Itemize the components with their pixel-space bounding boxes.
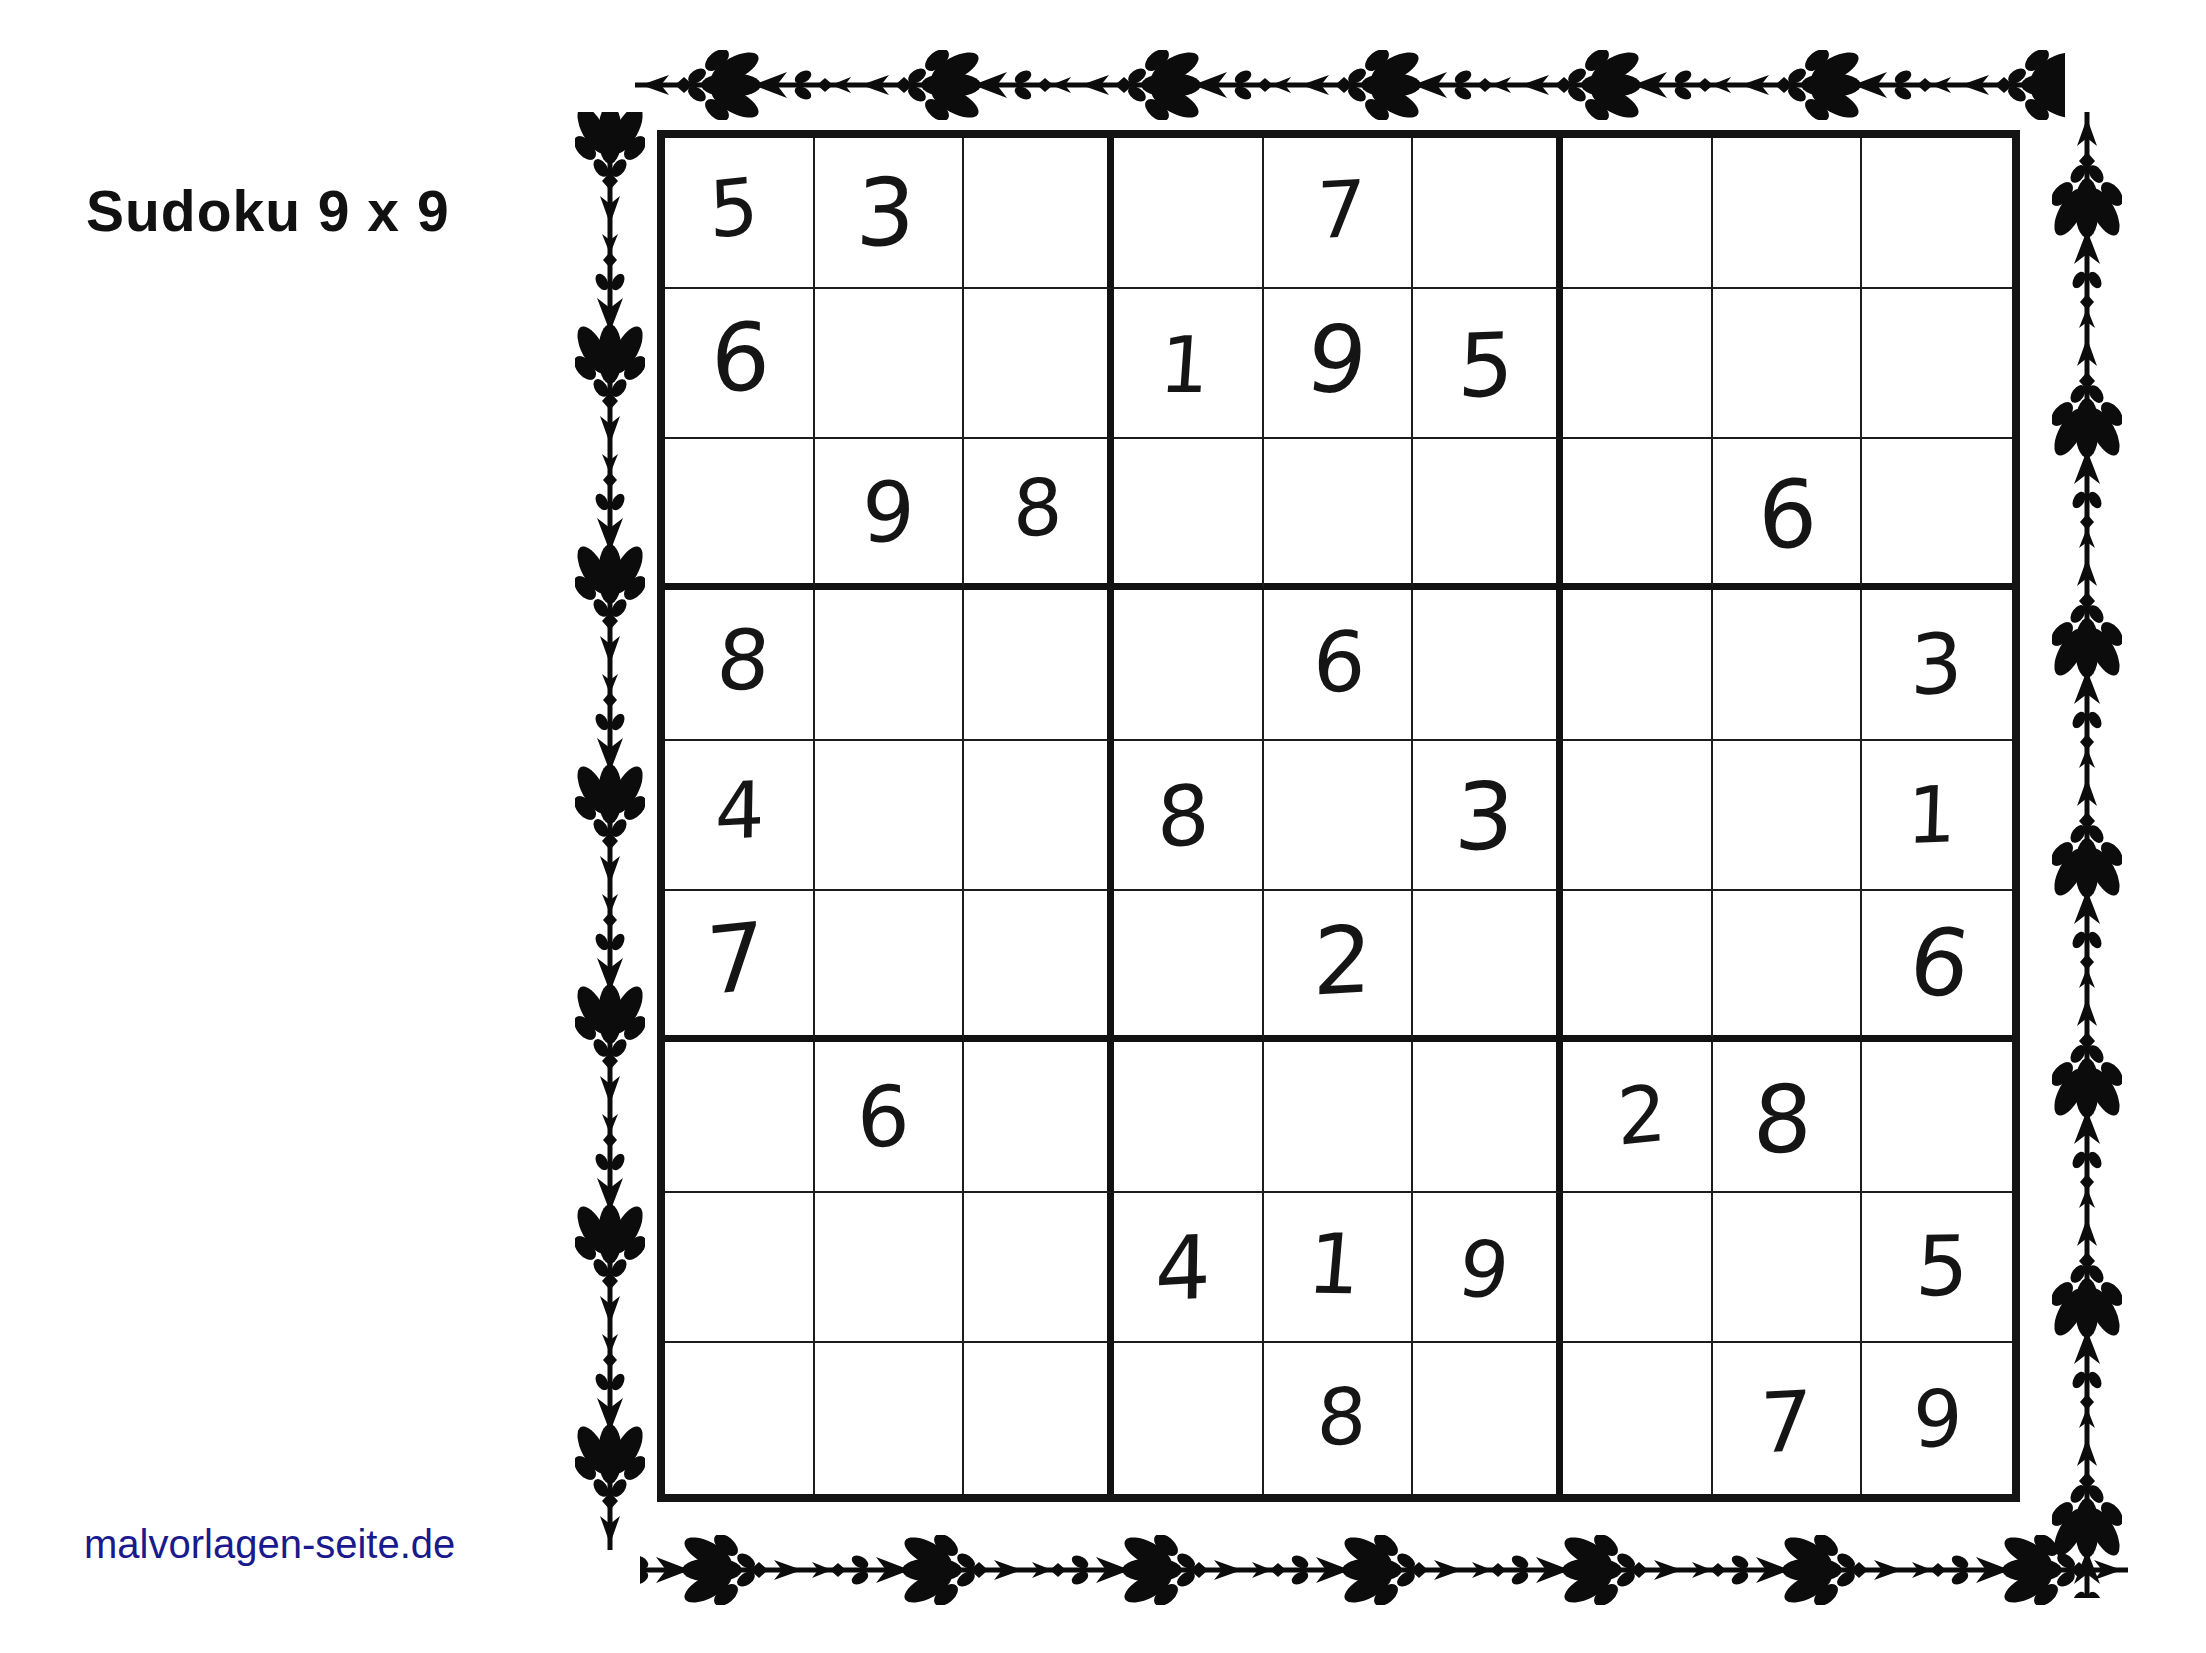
cell-r9c4	[1114, 1343, 1264, 1494]
cell-r5c1: 4	[665, 741, 815, 892]
cell-r2c6: 5	[1413, 289, 1563, 440]
cell-r5c9: 1	[1862, 741, 2012, 892]
given-digit: 5	[1456, 321, 1515, 411]
given-digit: 6	[856, 1073, 910, 1161]
cell-r3c7	[1563, 439, 1713, 590]
given-digit: 8	[1157, 774, 1210, 861]
cell-r7c1	[665, 1042, 815, 1193]
cell-r2c9	[1862, 289, 2012, 440]
cell-r5c2	[815, 741, 965, 892]
given-digit: 1	[1157, 326, 1212, 404]
given-digit: 5	[1914, 1225, 1971, 1309]
cell-r3c1	[665, 439, 815, 590]
given-digit: 1	[1304, 1223, 1364, 1307]
cell-r6c4	[1114, 891, 1264, 1042]
given-digit: 6	[1903, 915, 1975, 1011]
cell-r2c4: 1	[1114, 289, 1264, 440]
cell-r2c5: 9	[1264, 289, 1414, 440]
cell-r5c5	[1264, 741, 1414, 892]
footer-site-link[interactable]: malvorlagen-seite.de	[84, 1522, 455, 1567]
ornament-border-left	[575, 112, 645, 1550]
cell-r8c8	[1713, 1193, 1863, 1344]
given-digit: 2	[1616, 1074, 1668, 1157]
cell-r1c5: 7	[1264, 138, 1414, 289]
cell-r1c3	[964, 138, 1114, 289]
cell-r1c8	[1713, 138, 1863, 289]
ornament-border-right	[2052, 112, 2122, 1598]
cell-r7c8: 8	[1713, 1042, 1863, 1193]
cell-r3c9	[1862, 439, 2012, 590]
cell-r7c9	[1862, 1042, 2012, 1193]
cell-r1c4	[1114, 138, 1264, 289]
given-digit: 8	[715, 619, 774, 702]
cell-r3c8: 6	[1713, 439, 1863, 590]
cell-r5c6: 3	[1413, 741, 1563, 892]
cell-r8c5: 1	[1264, 1193, 1414, 1344]
cell-r2c2	[815, 289, 965, 440]
page-title: Sudoku 9 x 9	[86, 178, 450, 244]
cell-r3c6	[1413, 439, 1563, 590]
cell-r9c7	[1563, 1343, 1713, 1494]
given-digit: 9	[861, 469, 915, 555]
cell-r8c6: 9	[1413, 1193, 1563, 1344]
sudoku-board: 537619598686348317266284195879	[657, 130, 2020, 1502]
cell-r3c2: 9	[815, 439, 965, 590]
cell-r9c9: 9	[1862, 1343, 2012, 1494]
cell-r4c4	[1114, 590, 1264, 741]
ornament-border-bottom	[640, 1535, 2128, 1605]
cell-r9c1	[665, 1343, 815, 1494]
given-digit: 4	[1154, 1223, 1211, 1314]
cell-r6c2	[815, 891, 965, 1042]
cell-r2c3	[964, 289, 1114, 440]
given-digit: 5	[708, 167, 760, 250]
cell-r7c5	[1264, 1042, 1414, 1193]
given-digit: 7	[1758, 1380, 1812, 1466]
cell-r8c4: 4	[1114, 1193, 1264, 1344]
cell-r6c1: 7	[665, 891, 815, 1042]
cell-r9c5: 8	[1264, 1343, 1414, 1494]
given-digit: 9	[1453, 1230, 1513, 1311]
given-digit: 3	[854, 166, 916, 261]
cell-r9c6	[1413, 1343, 1563, 1494]
given-digit: 9	[1301, 313, 1371, 409]
cell-r3c3: 8	[964, 439, 1114, 590]
cell-r9c3	[964, 1343, 1114, 1494]
given-digit: 8	[1315, 1377, 1367, 1457]
cell-r6c7	[1563, 891, 1713, 1042]
cell-r3c5	[1264, 439, 1414, 590]
cell-r2c8	[1713, 289, 1863, 440]
cell-r8c7	[1563, 1193, 1713, 1344]
cell-r8c1	[665, 1193, 815, 1344]
cell-r4c8	[1713, 590, 1863, 741]
cell-r6c6	[1413, 891, 1563, 1042]
given-digit: 6	[711, 310, 770, 407]
cell-r2c1: 6	[665, 289, 815, 440]
given-digit: 6	[1757, 466, 1818, 564]
cell-r4c7	[1563, 590, 1713, 741]
cell-r4c6	[1413, 590, 1563, 741]
given-digit: 3	[1910, 621, 1963, 708]
cell-r1c7	[1563, 138, 1713, 289]
cell-r7c3	[964, 1042, 1114, 1193]
cell-r8c3	[964, 1193, 1114, 1344]
given-digit: 2	[1312, 913, 1373, 1009]
cell-r5c4: 8	[1114, 741, 1264, 892]
given-digit: 7	[705, 909, 767, 1008]
cell-r6c5: 2	[1264, 891, 1414, 1042]
given-digit: 3	[1453, 771, 1517, 865]
given-digit: 7	[1315, 170, 1366, 251]
cell-r6c9: 6	[1862, 891, 2012, 1042]
cell-r1c6	[1413, 138, 1563, 289]
given-digit: 9	[1913, 1378, 1963, 1460]
cell-r9c8: 7	[1713, 1343, 1863, 1494]
cell-r7c4	[1114, 1042, 1264, 1193]
cell-r4c3	[964, 590, 1114, 741]
cell-r1c2: 3	[815, 138, 965, 289]
cell-r2c7	[1563, 289, 1713, 440]
cell-r1c9	[1862, 138, 2012, 289]
cell-r3c4	[1114, 439, 1264, 590]
cell-r7c6	[1413, 1042, 1563, 1193]
cell-r5c8	[1713, 741, 1863, 892]
cell-r1c1: 5	[665, 138, 815, 289]
given-digit: 1	[1906, 775, 1958, 855]
given-digit: 6	[1312, 620, 1368, 705]
cell-r5c3	[964, 741, 1114, 892]
cell-r6c8	[1713, 891, 1863, 1042]
cell-r4c9: 3	[1862, 590, 2012, 741]
ornament-border-top	[635, 50, 2065, 120]
cell-r8c9: 5	[1862, 1193, 2012, 1344]
cell-r8c2	[815, 1193, 965, 1344]
given-digit: 8	[1013, 467, 1063, 549]
cell-r4c2	[815, 590, 965, 741]
cell-r7c7: 2	[1563, 1042, 1713, 1193]
cell-r4c5: 6	[1264, 590, 1414, 741]
cell-r6c3	[964, 891, 1114, 1042]
given-digit: 8	[1751, 1073, 1813, 1168]
cell-r5c7	[1563, 741, 1713, 892]
cell-r4c1: 8	[665, 590, 815, 741]
cell-r7c2: 6	[815, 1042, 965, 1193]
cell-r9c2	[815, 1343, 965, 1494]
given-digit: 4	[714, 771, 765, 852]
